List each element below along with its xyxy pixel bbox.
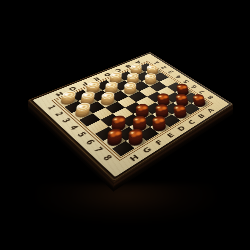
board: HHGGFFEEDDCCBBAA1122334455667788 xyxy=(28,52,233,181)
scene: HHGGFFEEDDCCBBAA1122334455667788 xyxy=(0,0,250,250)
table-reflection xyxy=(35,184,217,224)
